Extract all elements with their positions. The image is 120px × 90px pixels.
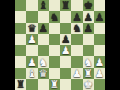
square-b8[interactable] (26, 0, 37, 11)
square-a3[interactable] (15, 56, 26, 67)
square-f3[interactable] (71, 56, 82, 67)
square-h2[interactable]: ♟ (94, 68, 105, 79)
white-knight[interactable]: ♞ (83, 56, 92, 67)
square-d1[interactable]: ♜ (49, 79, 60, 90)
square-d3[interactable] (49, 56, 60, 67)
white-pawn[interactable]: ♟ (72, 67, 81, 78)
square-d5[interactable] (49, 34, 60, 45)
square-e6[interactable] (60, 23, 71, 34)
square-g8[interactable]: ♚ (83, 0, 94, 11)
square-a2[interactable] (15, 68, 26, 79)
square-f5[interactable] (71, 34, 82, 45)
square-g1[interactable]: ♚ (83, 79, 94, 90)
square-a4[interactable] (15, 45, 26, 56)
square-h7[interactable]: ♟ (94, 11, 105, 22)
square-e2[interactable] (60, 68, 71, 79)
square-e1[interactable] (60, 79, 71, 90)
square-c8[interactable]: ♝ (38, 0, 49, 11)
square-c5[interactable] (38, 34, 49, 45)
square-b2[interactable]: ♝ (26, 68, 37, 79)
square-f7[interactable]: ♟ (71, 11, 82, 22)
black-rook[interactable]: ♜ (16, 79, 25, 90)
square-g5[interactable] (83, 34, 94, 45)
white-queen[interactable]: ♛ (38, 67, 47, 78)
square-a7[interactable] (15, 11, 26, 22)
square-f1[interactable] (71, 79, 82, 90)
square-e5[interactable]: ♟ (60, 34, 71, 45)
square-a1[interactable]: ♜ (15, 79, 26, 90)
letterbox-left (0, 0, 15, 90)
square-f8[interactable] (71, 0, 82, 11)
square-h8[interactable] (94, 0, 105, 11)
square-g7[interactable]: ♟ (83, 11, 94, 22)
square-d7[interactable]: ♞ (49, 11, 60, 22)
white-knight[interactable]: ♞ (38, 56, 47, 67)
square-e7[interactable] (60, 11, 71, 22)
square-h1[interactable] (94, 79, 105, 90)
square-d6[interactable] (49, 23, 60, 34)
black-pawn[interactable]: ♟ (72, 11, 81, 22)
square-e3[interactable] (60, 56, 71, 67)
square-a6[interactable] (15, 23, 26, 34)
black-pawn[interactable]: ♟ (83, 22, 92, 33)
letterbox-right (105, 0, 120, 90)
square-c6[interactable]: ♟ (38, 23, 49, 34)
black-pawn[interactable]: ♟ (83, 11, 92, 22)
square-g6[interactable]: ♟ (83, 23, 94, 34)
square-h3[interactable]: ♟ (94, 56, 105, 67)
white-pawn[interactable]: ♟ (27, 56, 36, 67)
app-window: ♝♜♚♞♟♟♟♛♟♞♟♟♟♟♟♞♞♟♝♛♟♜♟♜♜♚ (0, 0, 120, 90)
white-rook[interactable]: ♜ (50, 79, 59, 90)
square-a8[interactable] (15, 0, 26, 11)
black-rook[interactable]: ♜ (61, 0, 70, 10)
square-b5[interactable]: ♟ (26, 34, 37, 45)
white-bishop[interactable]: ♝ (27, 67, 36, 78)
square-h5[interactable] (94, 34, 105, 45)
square-b6[interactable]: ♛ (26, 23, 37, 34)
black-pawn[interactable]: ♟ (95, 11, 104, 22)
square-a5[interactable] (15, 34, 26, 45)
square-c7[interactable] (38, 11, 49, 22)
square-b4[interactable] (26, 45, 37, 56)
square-c2[interactable]: ♛ (38, 68, 49, 79)
chess-board[interactable]: ♝♜♚♞♟♟♟♛♟♞♟♟♟♟♟♞♞♟♝♛♟♜♟♜♜♚ (15, 0, 105, 90)
square-h6[interactable] (94, 23, 105, 34)
square-f2[interactable]: ♟ (71, 68, 82, 79)
black-bishop[interactable]: ♝ (38, 0, 47, 10)
black-king[interactable]: ♚ (83, 0, 92, 10)
square-g3[interactable]: ♞ (83, 56, 94, 67)
white-pawn[interactable]: ♟ (61, 45, 70, 56)
square-e8[interactable]: ♜ (60, 0, 71, 11)
black-knight[interactable]: ♞ (50, 11, 59, 22)
square-c1[interactable] (38, 79, 49, 90)
square-b7[interactable] (26, 11, 37, 22)
square-f4[interactable] (71, 45, 82, 56)
square-b3[interactable]: ♟ (26, 56, 37, 67)
white-pawn[interactable]: ♟ (95, 67, 104, 78)
square-d4[interactable] (49, 45, 60, 56)
black-pawn[interactable]: ♟ (38, 22, 47, 33)
square-b1[interactable] (26, 79, 37, 90)
square-d2[interactable] (49, 68, 60, 79)
white-pawn[interactable]: ♟ (95, 56, 104, 67)
white-pawn[interactable]: ♟ (27, 34, 36, 45)
square-c3[interactable]: ♞ (38, 56, 49, 67)
white-rook[interactable]: ♜ (83, 67, 92, 78)
square-e4[interactable]: ♟ (60, 45, 71, 56)
white-king[interactable]: ♚ (83, 79, 92, 90)
square-c4[interactable] (38, 45, 49, 56)
square-g2[interactable]: ♜ (83, 68, 94, 79)
black-queen[interactable]: ♛ (27, 22, 36, 33)
square-d8[interactable] (49, 0, 60, 11)
black-knight[interactable]: ♞ (72, 22, 81, 33)
square-f6[interactable]: ♞ (71, 23, 82, 34)
black-pawn[interactable]: ♟ (61, 34, 70, 45)
square-h4[interactable] (94, 45, 105, 56)
square-g4[interactable] (83, 45, 94, 56)
